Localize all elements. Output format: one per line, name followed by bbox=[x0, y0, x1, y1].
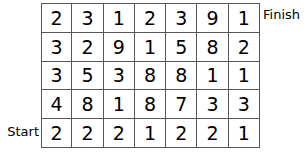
grid-cell: 3 bbox=[196, 89, 228, 119]
number-grid: 23123913291582353881148187332221221 bbox=[41, 3, 260, 147]
grid-cell: 2 bbox=[41, 3, 72, 33]
grid-cell: 9 bbox=[196, 3, 228, 33]
grid-cell: 3 bbox=[41, 61, 72, 91]
grid-cell: 2 bbox=[134, 3, 166, 33]
finish-label: Finish bbox=[263, 7, 300, 22]
grid-cell: 3 bbox=[41, 32, 72, 62]
grid-cell: 1 bbox=[228, 3, 260, 33]
start-label: Start bbox=[0, 124, 39, 139]
grid-cell: 1 bbox=[134, 32, 166, 62]
grid-cell: 3 bbox=[103, 61, 135, 91]
grid-cell: 8 bbox=[134, 61, 166, 91]
grid-cell: 2 bbox=[103, 118, 135, 148]
grid-cell: 1 bbox=[103, 3, 135, 33]
grid-cell: 3 bbox=[71, 3, 103, 33]
grid-cell: 8 bbox=[71, 89, 103, 119]
grid-cell: 2 bbox=[228, 32, 260, 62]
grid-cell: 1 bbox=[134, 118, 166, 148]
grid-cell: 1 bbox=[196, 61, 228, 91]
grid-cell: 1 bbox=[228, 61, 260, 91]
grid-cell: 2 bbox=[71, 32, 103, 62]
grid-cell: 8 bbox=[196, 32, 228, 62]
grid-cell: 8 bbox=[165, 61, 197, 91]
grid-cell: 2 bbox=[196, 118, 228, 148]
grid-cell: 9 bbox=[103, 32, 135, 62]
grid-cell: 2 bbox=[165, 118, 197, 148]
grid-cell: 5 bbox=[71, 61, 103, 91]
grid-cell: 2 bbox=[41, 118, 72, 148]
grid-cell: 5 bbox=[165, 32, 197, 62]
grid-cell: 2 bbox=[71, 118, 103, 148]
grid-cell: 3 bbox=[165, 3, 197, 33]
grid-cell: 7 bbox=[165, 89, 197, 119]
grid-cell: 1 bbox=[228, 118, 260, 148]
grid-cell: 3 bbox=[228, 89, 260, 119]
grid-cell: 8 bbox=[134, 89, 166, 119]
grid-cell: 4 bbox=[41, 89, 72, 119]
grid-cell: 1 bbox=[103, 89, 135, 119]
number-maze-worksheet: Start 2312391329158235388114818733222122… bbox=[0, 0, 307, 152]
